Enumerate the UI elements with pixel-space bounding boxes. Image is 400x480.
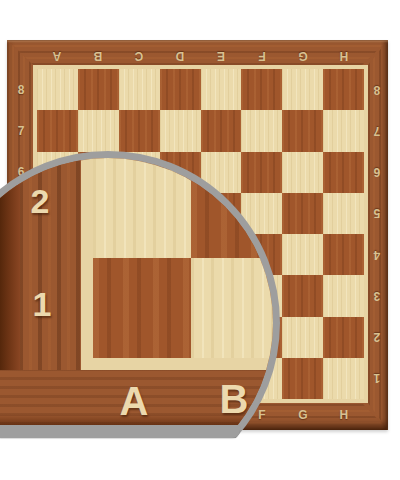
square-f8[interactable] (241, 69, 282, 110)
magnifier-chord-strip (0, 425, 240, 438)
square-c8[interactable] (119, 69, 160, 110)
product-photo: AABBCCDDEEFFGGHH8877665544332211 2 1 A B (0, 0, 400, 480)
mag-rank-label-1: 1 (33, 287, 52, 321)
square-h7[interactable] (323, 110, 364, 151)
square-f6[interactable] (241, 152, 282, 193)
square-g1[interactable] (282, 358, 323, 399)
square-d8[interactable] (160, 69, 201, 110)
square-b8[interactable] (78, 69, 119, 110)
square-h2[interactable] (323, 317, 364, 358)
square-g8[interactable] (282, 69, 323, 110)
square-e7[interactable] (201, 110, 242, 151)
mag-file-label-b: B (220, 379, 249, 419)
square-h8[interactable] (323, 69, 364, 110)
square-e8[interactable] (201, 69, 242, 110)
board-frame-top (7, 40, 388, 65)
square-g7[interactable] (282, 110, 323, 151)
square-h3[interactable] (323, 275, 364, 316)
board-frame-right (368, 40, 388, 430)
square-a7[interactable] (37, 110, 78, 151)
square-g4[interactable] (282, 234, 323, 275)
mag-square-a2 (93, 158, 191, 258)
mag-inlay-vertical (81, 158, 93, 370)
square-h4[interactable] (323, 234, 364, 275)
square-g5[interactable] (282, 193, 323, 234)
square-h5[interactable] (323, 193, 364, 234)
square-f7[interactable] (241, 110, 282, 151)
mag-rank-label-2: 2 (31, 184, 50, 218)
square-a8[interactable] (37, 69, 78, 110)
square-g3[interactable] (282, 275, 323, 316)
square-h6[interactable] (323, 152, 364, 193)
mag-square-a1 (93, 258, 191, 358)
mag-file-label-a: A (120, 381, 149, 421)
mag-square-b1 (191, 258, 280, 358)
square-d7[interactable] (160, 110, 201, 151)
square-h1[interactable] (323, 358, 364, 399)
square-c7[interactable] (119, 110, 160, 151)
square-g6[interactable] (282, 152, 323, 193)
square-b7[interactable] (78, 110, 119, 151)
mag-inlay-horizontal (81, 358, 280, 370)
square-g2[interactable] (282, 317, 323, 358)
